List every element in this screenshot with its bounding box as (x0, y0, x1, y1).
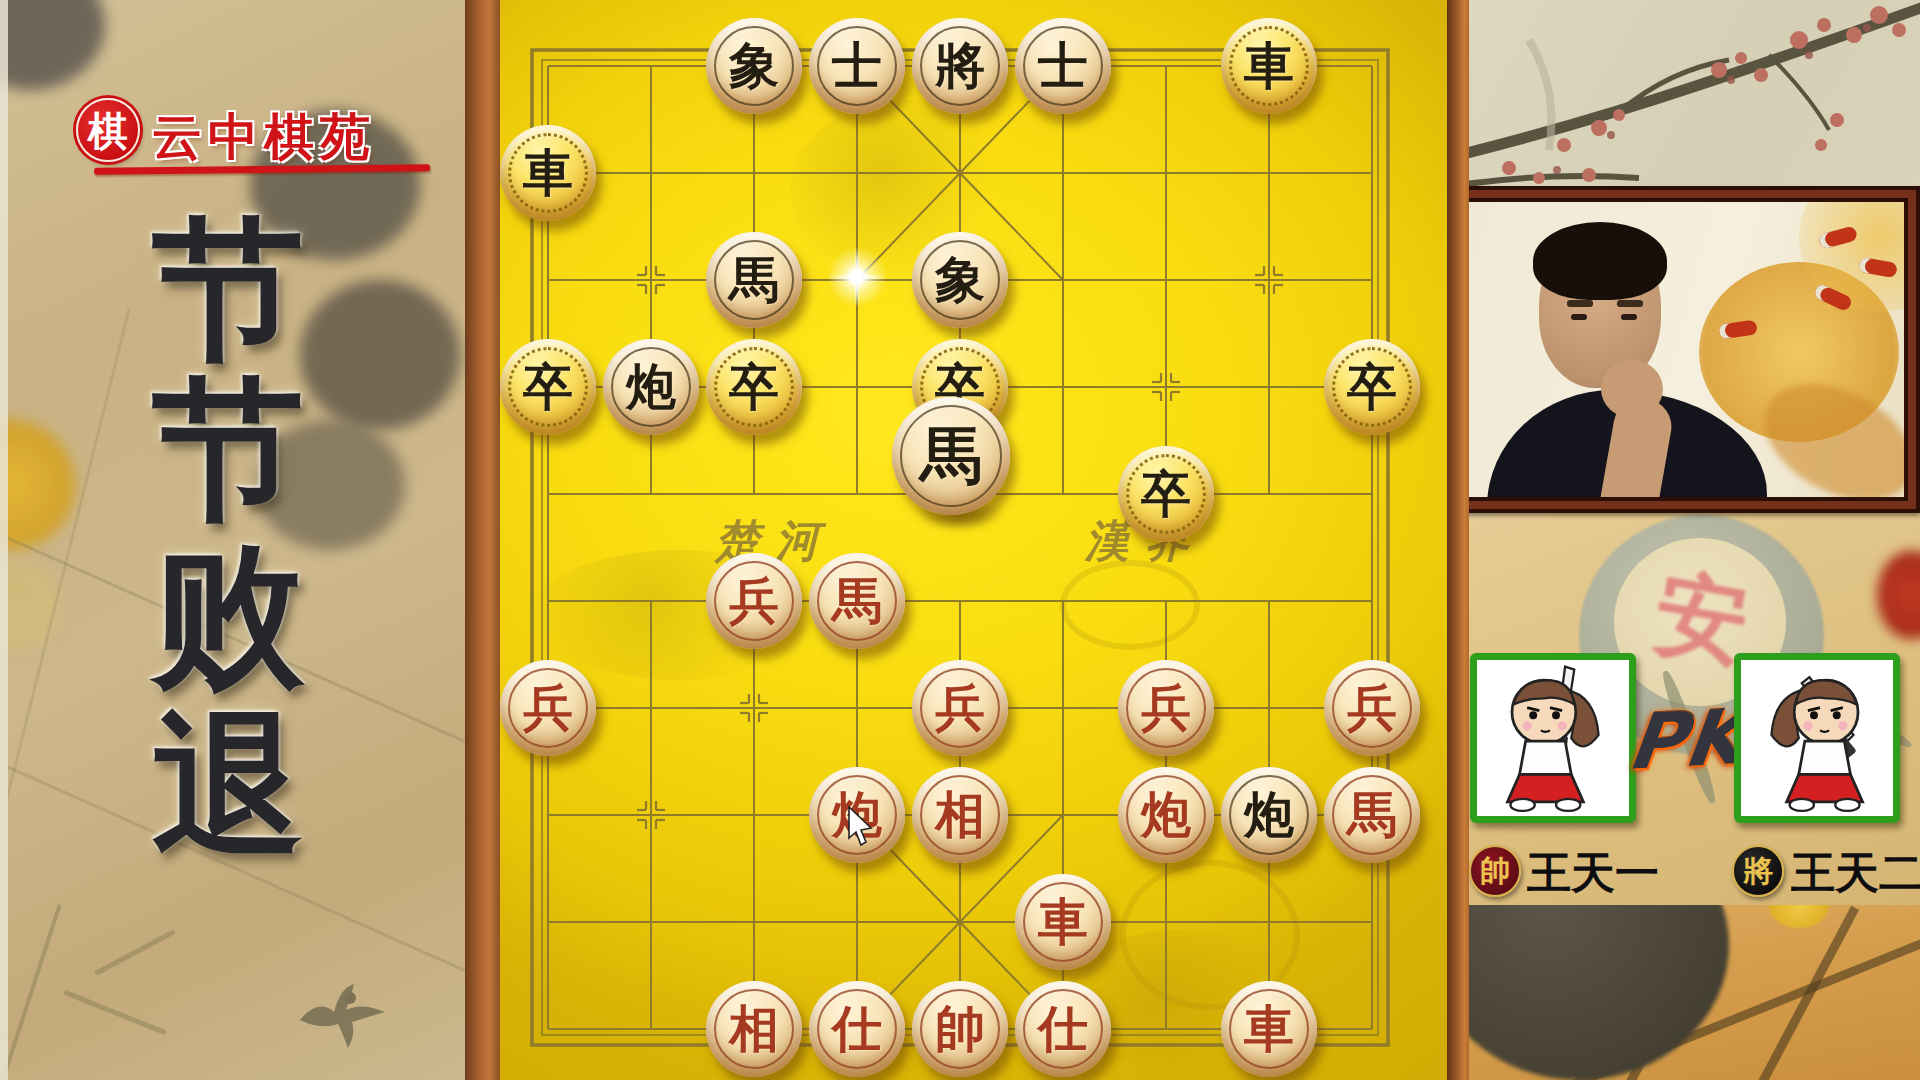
streamer-face (1621, 314, 1637, 320)
piece-char: 馬 (892, 397, 1010, 515)
mouse-cursor[interactable] (846, 806, 876, 848)
piece-black-士[interactable]: 士 (1015, 18, 1111, 114)
piece-red-車[interactable]: 車 (1015, 874, 1111, 970)
streamer-face (1567, 300, 1593, 307)
piece-black-卒[interactable]: 卒 (1324, 339, 1420, 435)
piece-red-馬[interactable]: 馬 (809, 553, 905, 649)
piece-red-兵[interactable]: 兵 (706, 553, 802, 649)
piece-black-卒[interactable]: 卒 (706, 339, 802, 435)
last-move-sparkle (827, 247, 887, 307)
piece-black-車[interactable]: 車 (1221, 18, 1317, 114)
piece-char: 炮 (603, 339, 699, 435)
piece-red-兵[interactable]: 兵 (1118, 660, 1214, 756)
piece-char: 士 (1015, 18, 1111, 114)
piece-char: 相 (706, 981, 802, 1077)
piece-black-象[interactable]: 象 (912, 232, 1008, 328)
piece-red-仕[interactable]: 仕 (809, 981, 905, 1077)
piece-char: 車 (1221, 981, 1317, 1077)
piece-char: 馬 (706, 232, 802, 328)
piece-black-象[interactable]: 象 (706, 18, 802, 114)
piece-char: 將 (912, 18, 1008, 114)
piece-black-炮[interactable]: 炮 (603, 339, 699, 435)
piece-black-車[interactable]: 車 (500, 125, 596, 221)
piece-red-兵[interactable]: 兵 (500, 660, 596, 756)
piece-black-馬[interactable]: 馬 (706, 232, 802, 328)
piece-black-將[interactable]: 將 (912, 18, 1008, 114)
piece-char: 兵 (706, 553, 802, 649)
piece-char: 仕 (809, 981, 905, 1077)
piece-char: 卒 (500, 339, 596, 435)
player1-name: 王天一 (1527, 848, 1677, 900)
webcam-feed (1469, 202, 1904, 497)
piece-char: 帥 (912, 981, 1008, 1077)
piece-black-馬[interactable]: 馬 (892, 397, 1010, 515)
piece-red-馬[interactable]: 馬 (1324, 767, 1420, 863)
pk-versus-label: PK (1622, 689, 1745, 795)
player2-name: 王天二 (1791, 848, 1920, 900)
piece-black-炮[interactable]: 炮 (1221, 767, 1317, 863)
piece-char: 卒 (706, 339, 802, 435)
piece-char: 象 (912, 232, 1008, 328)
streamer-hair (1533, 222, 1667, 300)
webcam-video (1469, 186, 1920, 513)
board-grid (0, 0, 1920, 1080)
piece-red-相[interactable]: 相 (706, 981, 802, 1077)
piece-black-卒[interactable]: 卒 (1118, 446, 1214, 542)
piece-red-兵[interactable]: 兵 (1324, 660, 1420, 756)
piece-char: 卒 (1118, 446, 1214, 542)
red-general-badge: 帥 (1469, 845, 1521, 897)
piece-black-卒[interactable]: 卒 (500, 339, 596, 435)
piece-char: 象 (706, 18, 802, 114)
streamer-face (1571, 314, 1587, 320)
piece-char: 卒 (1324, 339, 1420, 435)
piece-char: 士 (809, 18, 905, 114)
piece-char: 馬 (1324, 767, 1420, 863)
stream-frame: 棋 云中棋苑 节 节 败 退 楚河 漢界 象士將士車車馬象卒炮卒卒卒馬卒兵馬兵兵… (0, 0, 1920, 1080)
piece-char: 仕 (1015, 981, 1111, 1077)
piece-char: 兵 (912, 660, 1008, 756)
player2-avatar (1734, 653, 1900, 823)
player1-avatar (1470, 653, 1636, 823)
piece-char: 車 (1015, 874, 1111, 970)
black-general-badge: 將 (1732, 845, 1784, 897)
piece-red-相[interactable]: 相 (912, 767, 1008, 863)
streamer-face (1617, 300, 1643, 307)
piece-char: 兵 (500, 660, 596, 756)
piece-char: 炮 (1118, 767, 1214, 863)
piece-red-兵[interactable]: 兵 (912, 660, 1008, 756)
piece-black-士[interactable]: 士 (809, 18, 905, 114)
piece-char: 車 (500, 125, 596, 221)
piece-char: 兵 (1118, 660, 1214, 756)
piece-char: 兵 (1324, 660, 1420, 756)
piece-red-車[interactable]: 車 (1221, 981, 1317, 1077)
piece-char: 炮 (1221, 767, 1317, 863)
streamer-hand (1601, 360, 1663, 418)
piece-red-帥[interactable]: 帥 (912, 981, 1008, 1077)
piece-red-仕[interactable]: 仕 (1015, 981, 1111, 1077)
piece-char: 車 (1221, 18, 1317, 114)
piece-char: 馬 (809, 553, 905, 649)
piece-char: 相 (912, 767, 1008, 863)
piece-red-炮[interactable]: 炮 (1118, 767, 1214, 863)
